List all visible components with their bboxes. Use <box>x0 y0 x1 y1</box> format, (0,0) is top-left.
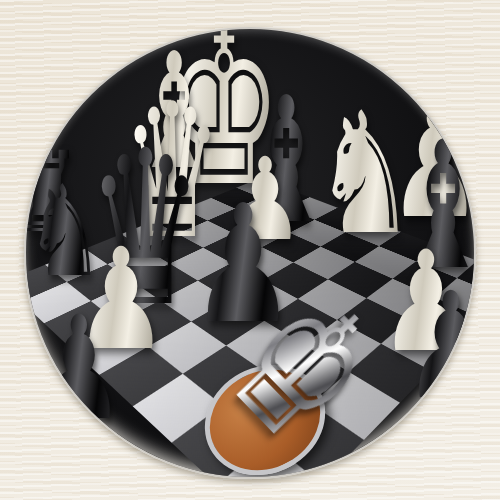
product-photo-background: ♚♝♟♞♛♝♟♝♜♞♛♟♟♟♟♟♚ <box>0 0 500 500</box>
coaster: ♚♝♟♞♛♝♟♝♜♞♛♟♟♟♟♟♚ <box>24 27 476 479</box>
pieces-layer: ♚♝♟♞♛♝♟♝♜♞♛♟♟♟♟♟♚ <box>26 29 474 477</box>
black-pawn-right: ♟ <box>404 273 476 420</box>
black-pawn-bottom-left: ♟ <box>33 297 125 440</box>
